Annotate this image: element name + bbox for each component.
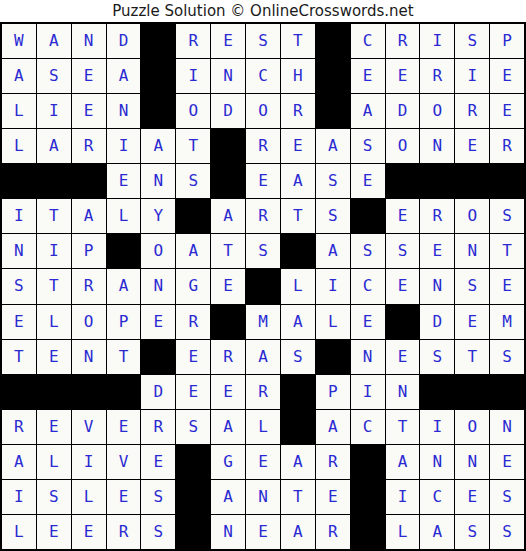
cell-r7c7: T: [211, 234, 245, 268]
cell-r4c14: E: [455, 129, 489, 163]
cell-r7c5: O: [141, 234, 175, 268]
black-cell-r3c5: [141, 94, 175, 128]
cell-r4c10: A: [316, 129, 350, 163]
cell-r14c14: E: [455, 480, 489, 514]
black-cell-r12c9: [281, 410, 315, 444]
cell-r12c6: S: [176, 410, 210, 444]
black-cell-r9c7: [211, 305, 245, 339]
black-cell-r3c10: [316, 94, 350, 128]
cell-r5c8: E: [246, 164, 280, 198]
cell-r6c14: O: [455, 199, 489, 233]
cell-r11c7: E: [211, 375, 245, 409]
cell-r6c10: S: [316, 199, 350, 233]
cell-r3c7: D: [211, 94, 245, 128]
black-cell-r13c6: [176, 445, 210, 479]
cell-r15c4: R: [107, 515, 141, 549]
cell-r3c1: L: [2, 94, 36, 128]
cell-r15c9: A: [281, 515, 315, 549]
cell-r13c2: L: [37, 445, 71, 479]
cell-r9c10: L: [316, 305, 350, 339]
cell-r2c12: E: [386, 59, 420, 93]
cell-r7c10: A: [316, 234, 350, 268]
cell-r4c9: E: [281, 129, 315, 163]
cell-r15c12: L: [386, 515, 420, 549]
cell-r6c2: T: [37, 199, 71, 233]
cell-r2c14: I: [455, 59, 489, 93]
cell-r13c3: I: [72, 445, 106, 479]
cell-r9c3: O: [72, 305, 106, 339]
cell-r12c3: V: [72, 410, 106, 444]
cell-r11c11: I: [351, 375, 385, 409]
black-cell-r10c10: [316, 340, 350, 374]
cell-r1c7: E: [211, 24, 245, 58]
cell-r11c12: N: [386, 375, 420, 409]
cell-r11c8: R: [246, 375, 280, 409]
cell-r1c3: N: [72, 24, 106, 58]
cell-r9c1: E: [2, 305, 36, 339]
cell-r6c15: S: [490, 199, 524, 233]
cell-r14c4: E: [107, 480, 141, 514]
cell-r4c15: R: [490, 129, 524, 163]
cell-r3c15: E: [490, 94, 524, 128]
cell-r12c7: A: [211, 410, 245, 444]
cell-r2c11: E: [351, 59, 385, 93]
cell-r5c11: E: [351, 164, 385, 198]
cell-r15c7: N: [211, 515, 245, 549]
black-cell-r14c11: [351, 480, 385, 514]
cell-r7c15: T: [490, 234, 524, 268]
black-cell-r9c12: [386, 305, 420, 339]
cell-r8c12: E: [386, 269, 420, 303]
puzzle-solution-page: Puzzle Solution © OnlineCrosswords.net W…: [0, 0, 526, 551]
cell-r8c1: S: [2, 269, 36, 303]
cell-r4c12: O: [386, 129, 420, 163]
cell-r12c11: C: [351, 410, 385, 444]
cell-r3c4: N: [107, 94, 141, 128]
cell-r3c3: E: [72, 94, 106, 128]
cell-r10c14: T: [455, 340, 489, 374]
cell-r14c3: L: [72, 480, 106, 514]
cell-r1c14: S: [455, 24, 489, 58]
cell-r14c8: N: [246, 480, 280, 514]
black-cell-r11c15: [490, 375, 524, 409]
cell-r1c15: P: [490, 24, 524, 58]
cell-r1c6: R: [176, 24, 210, 58]
cell-r1c2: A: [37, 24, 71, 58]
black-cell-r13c11: [351, 445, 385, 479]
black-cell-r11c3: [72, 375, 106, 409]
cell-r3c12: D: [386, 94, 420, 128]
black-cell-r8c8: [246, 269, 280, 303]
cell-r4c6: T: [176, 129, 210, 163]
black-cell-r7c4: [107, 234, 141, 268]
cell-r3c14: R: [455, 94, 489, 128]
cell-r10c6: E: [176, 340, 210, 374]
cell-r15c10: R: [316, 515, 350, 549]
cell-r8c13: N: [420, 269, 454, 303]
cell-r13c4: V: [107, 445, 141, 479]
cell-r1c4: D: [107, 24, 141, 58]
cell-r10c7: R: [211, 340, 245, 374]
black-cell-r7c9: [281, 234, 315, 268]
cell-r2c1: A: [2, 59, 36, 93]
cell-r8c10: I: [316, 269, 350, 303]
cell-r10c4: T: [107, 340, 141, 374]
cell-r3c6: O: [176, 94, 210, 128]
cell-r12c14: O: [455, 410, 489, 444]
cell-r12c13: I: [420, 410, 454, 444]
cell-r13c1: A: [2, 445, 36, 479]
cell-r11c6: E: [176, 375, 210, 409]
black-cell-r1c5: [141, 24, 175, 58]
cell-r2c3: E: [72, 59, 106, 93]
cell-r15c1: L: [2, 515, 36, 549]
cell-r6c8: R: [246, 199, 280, 233]
cell-r14c15: S: [490, 480, 524, 514]
cell-r10c12: E: [386, 340, 420, 374]
cell-r10c15: S: [490, 340, 524, 374]
cell-r9c9: A: [281, 305, 315, 339]
cell-r9c5: E: [141, 305, 175, 339]
cell-r7c1: N: [2, 234, 36, 268]
cell-r1c12: R: [386, 24, 420, 58]
cell-r15c2: E: [37, 515, 71, 549]
cell-r6c7: A: [211, 199, 245, 233]
cell-r12c10: A: [316, 410, 350, 444]
cell-r14c7: A: [211, 480, 245, 514]
cell-r8c5: N: [141, 269, 175, 303]
cell-r13c7: G: [211, 445, 245, 479]
cell-r10c1: T: [2, 340, 36, 374]
cell-r1c1: W: [2, 24, 36, 58]
cell-r2c2: S: [37, 59, 71, 93]
black-cell-r1c10: [316, 24, 350, 58]
cell-r4c4: I: [107, 129, 141, 163]
cell-r7c6: A: [176, 234, 210, 268]
crossword-grid: WANDRESTCRISPASEAINCHEERIELIENODORADOREL…: [0, 22, 526, 551]
cell-r13c9: A: [281, 445, 315, 479]
cell-r8c7: E: [211, 269, 245, 303]
cell-r2c13: R: [420, 59, 454, 93]
cell-r13c12: A: [386, 445, 420, 479]
cell-r4c13: N: [420, 129, 454, 163]
cell-r14c9: T: [281, 480, 315, 514]
black-cell-r11c9: [281, 375, 315, 409]
cell-r8c9: L: [281, 269, 315, 303]
black-cell-r5c1: [2, 164, 36, 198]
cell-r15c8: E: [246, 515, 280, 549]
cell-r10c13: S: [420, 340, 454, 374]
cell-r2c15: E: [490, 59, 524, 93]
cell-r12c12: T: [386, 410, 420, 444]
cell-r6c5: Y: [141, 199, 175, 233]
cell-r5c5: N: [141, 164, 175, 198]
cell-r7c12: S: [386, 234, 420, 268]
cell-r9c14: E: [455, 305, 489, 339]
cell-r3c13: O: [420, 94, 454, 128]
cell-r13c13: N: [420, 445, 454, 479]
cell-r7c14: N: [455, 234, 489, 268]
cell-r4c2: A: [37, 129, 71, 163]
cell-r8c6: G: [176, 269, 210, 303]
cell-r4c3: R: [72, 129, 106, 163]
cell-r3c9: R: [281, 94, 315, 128]
black-cell-r11c14: [455, 375, 489, 409]
cell-r2c8: C: [246, 59, 280, 93]
black-cell-r5c3: [72, 164, 106, 198]
cell-r5c10: S: [316, 164, 350, 198]
cell-r7c2: I: [37, 234, 71, 268]
cell-r6c4: L: [107, 199, 141, 233]
black-cell-r11c1: [2, 375, 36, 409]
cell-r2c4: A: [107, 59, 141, 93]
black-cell-r5c2: [37, 164, 71, 198]
cell-r8c11: C: [351, 269, 385, 303]
cell-r10c11: N: [351, 340, 385, 374]
cell-r1c13: I: [420, 24, 454, 58]
cell-r12c8: L: [246, 410, 280, 444]
black-cell-r5c15: [490, 164, 524, 198]
cell-r15c3: E: [72, 515, 106, 549]
cell-r9c11: E: [351, 305, 385, 339]
cell-r9c13: D: [420, 305, 454, 339]
black-cell-r11c13: [420, 375, 454, 409]
cell-r12c15: N: [490, 410, 524, 444]
cell-r5c4: E: [107, 164, 141, 198]
cell-r14c2: S: [37, 480, 71, 514]
cell-r6c3: A: [72, 199, 106, 233]
cell-r10c8: A: [246, 340, 280, 374]
cell-r15c15: S: [490, 515, 524, 549]
cell-r4c5: A: [141, 129, 175, 163]
black-cell-r5c12: [386, 164, 420, 198]
black-cell-r2c10: [316, 59, 350, 93]
cell-r10c9: S: [281, 340, 315, 374]
cell-r6c9: T: [281, 199, 315, 233]
cell-r7c3: P: [72, 234, 106, 268]
cell-r12c5: R: [141, 410, 175, 444]
cell-r10c3: N: [72, 340, 106, 374]
black-cell-r11c4: [107, 375, 141, 409]
cell-r13c8: E: [246, 445, 280, 479]
cell-r1c11: C: [351, 24, 385, 58]
cell-r6c1: I: [2, 199, 36, 233]
cell-r4c11: S: [351, 129, 385, 163]
black-cell-r14c6: [176, 480, 210, 514]
cell-r2c7: N: [211, 59, 245, 93]
cell-r6c13: R: [420, 199, 454, 233]
cell-r12c1: R: [2, 410, 36, 444]
cell-r7c11: S: [351, 234, 385, 268]
cell-r14c12: I: [386, 480, 420, 514]
cell-r15c13: A: [420, 515, 454, 549]
cell-r6c12: E: [386, 199, 420, 233]
cell-r9c4: P: [107, 305, 141, 339]
cell-r8c2: T: [37, 269, 71, 303]
cell-r12c4: E: [107, 410, 141, 444]
cell-r10c2: E: [37, 340, 71, 374]
cell-r3c8: O: [246, 94, 280, 128]
cell-r13c15: E: [490, 445, 524, 479]
cell-r12c2: E: [37, 410, 71, 444]
black-cell-r6c11: [351, 199, 385, 233]
cell-r14c10: E: [316, 480, 350, 514]
black-cell-r5c7: [211, 164, 245, 198]
cell-r3c11: A: [351, 94, 385, 128]
cell-r8c4: A: [107, 269, 141, 303]
cell-r4c1: L: [2, 129, 36, 163]
cell-r13c5: E: [141, 445, 175, 479]
black-cell-r15c11: [351, 515, 385, 549]
cell-r11c10: P: [316, 375, 350, 409]
cell-r14c5: S: [141, 480, 175, 514]
cell-r9c2: L: [37, 305, 71, 339]
black-cell-r6c6: [176, 199, 210, 233]
black-cell-r10c5: [141, 340, 175, 374]
black-cell-r5c14: [455, 164, 489, 198]
black-cell-r4c7: [211, 129, 245, 163]
cell-r4c8: R: [246, 129, 280, 163]
cell-r5c6: S: [176, 164, 210, 198]
cell-r1c8: S: [246, 24, 280, 58]
black-cell-r2c5: [141, 59, 175, 93]
cell-r15c5: S: [141, 515, 175, 549]
cell-r14c1: I: [2, 480, 36, 514]
black-cell-r11c2: [37, 375, 71, 409]
cell-r14c13: C: [420, 480, 454, 514]
cell-r8c15: E: [490, 269, 524, 303]
cell-r2c9: H: [281, 59, 315, 93]
cell-r9c15: M: [490, 305, 524, 339]
cell-r8c14: S: [455, 269, 489, 303]
cell-r2c6: I: [176, 59, 210, 93]
cell-r8c3: R: [72, 269, 106, 303]
black-cell-r5c13: [420, 164, 454, 198]
cell-r13c10: R: [316, 445, 350, 479]
black-cell-r15c6: [176, 515, 210, 549]
cell-r13c14: N: [455, 445, 489, 479]
cell-r11c5: D: [141, 375, 175, 409]
cell-r7c8: S: [246, 234, 280, 268]
page-title: Puzzle Solution © OnlineCrosswords.net: [0, 0, 526, 22]
cell-r3c2: I: [37, 94, 71, 128]
cell-r15c14: S: [455, 515, 489, 549]
cell-r5c9: A: [281, 164, 315, 198]
cell-r1c9: T: [281, 24, 315, 58]
cell-r9c6: R: [176, 305, 210, 339]
cell-r9c8: M: [246, 305, 280, 339]
cell-r7c13: E: [420, 234, 454, 268]
